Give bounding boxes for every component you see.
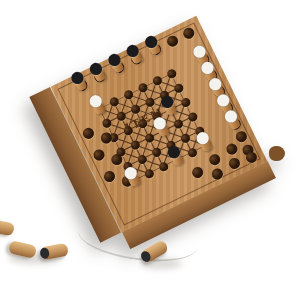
grid-hole[interactable] (129, 103, 141, 115)
bottom-rail-hole-3[interactable] (226, 156, 241, 171)
bottom-rail-hole-2[interactable] (207, 152, 222, 167)
grid-hole[interactable] (172, 82, 184, 94)
black-peg[interactable]: ● (142, 34, 163, 57)
white-peg[interactable]: ● (222, 108, 243, 131)
grid-hole[interactable] (115, 110, 127, 122)
bottom-rail-hole-4[interactable] (224, 142, 239, 157)
grid-hole[interactable] (186, 146, 198, 158)
bottom-rail-hole-0[interactable] (190, 165, 205, 180)
grid-hole[interactable] (151, 75, 163, 87)
black-peg[interactable]: ● (69, 70, 90, 93)
grid-hole[interactable] (100, 117, 112, 129)
grid-hole[interactable] (136, 153, 148, 165)
left-rail-hole-2[interactable] (91, 147, 106, 162)
left-rail-hole-4[interactable] (101, 169, 116, 184)
grid-hole[interactable] (108, 96, 120, 108)
grid-hole[interactable] (150, 146, 162, 158)
grid-hole[interactable] (179, 132, 191, 144)
grid-hole[interactable] (136, 82, 148, 94)
top-rail-hole-6[interactable] (181, 26, 196, 41)
black-peg[interactable]: ● (106, 52, 127, 75)
grid-hole[interactable] (143, 96, 155, 108)
grid-hole[interactable] (122, 89, 134, 101)
black-peg[interactable]: ● (124, 43, 145, 66)
grid-hole[interactable] (172, 118, 184, 130)
grid-hole[interactable] (165, 68, 177, 80)
product-photo-scene: ITEM ●●●●●● ●●●●●●●●●● (0, 0, 300, 300)
grid-hole[interactable] (157, 161, 169, 173)
grid-hole[interactable] (129, 139, 141, 151)
grid-hole[interactable] (186, 111, 198, 123)
top-rail-hole-5[interactable] (165, 34, 180, 49)
grid-hole[interactable] (179, 96, 191, 108)
left-rail-hole-0[interactable] (80, 126, 95, 141)
grid-hole[interactable] (143, 168, 155, 180)
drawer-notch (269, 146, 285, 161)
black-peg[interactable]: ● (87, 61, 108, 84)
right-rail-hole-5[interactable] (233, 129, 248, 144)
bottom-rail-hole-1[interactable] (209, 166, 224, 181)
grid-hole[interactable] (143, 132, 155, 144)
